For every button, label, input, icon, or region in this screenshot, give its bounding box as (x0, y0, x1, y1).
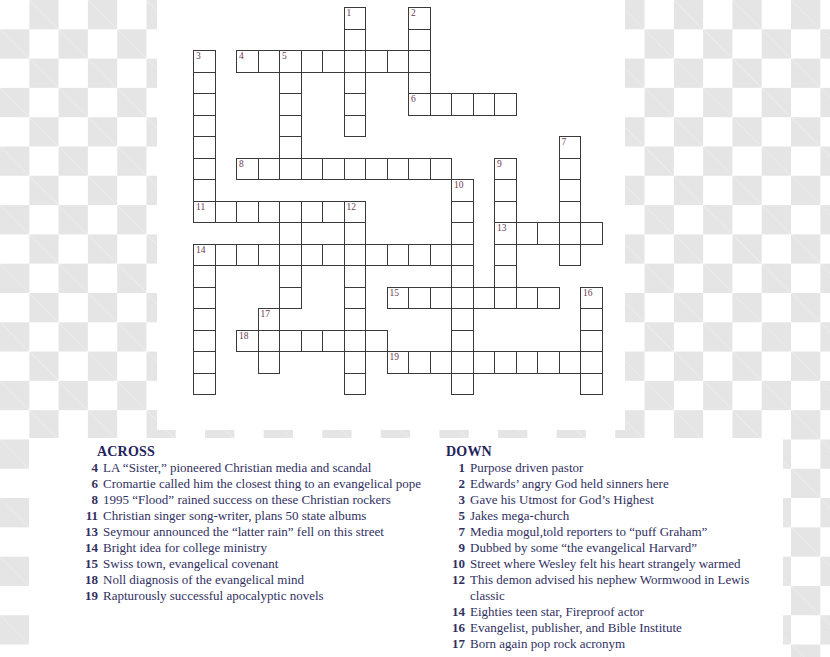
clue-item-2: 2Edwards’ angry God held sinners here (446, 476, 785, 492)
grid-cell-r5c0[interactable] (193, 115, 216, 138)
grid-cell-r12c12[interactable] (451, 265, 474, 288)
grid-cell-r2c10[interactable] (408, 50, 431, 73)
grid-cell-r16c12[interactable] (451, 351, 474, 374)
grid-cell-r16c13[interactable] (473, 351, 496, 374)
clue-item-19: 19Rapturously successful apocalyptic nov… (80, 588, 425, 604)
cell-number-12: 12 (347, 202, 357, 212)
grid-cell-r9c7[interactable]: 12 (344, 201, 367, 224)
grid-cell-r15c2[interactable]: 18 (236, 330, 259, 353)
grid-cell-r11c12[interactable] (451, 244, 474, 267)
grid-cell-r17c7[interactable] (344, 373, 367, 396)
grid-cell-r4c14[interactable] (494, 93, 517, 116)
clue-number: 2 (446, 476, 465, 492)
clue-number: 11 (80, 508, 98, 524)
clue-item-8: 81995 “Flood” rained success on these Ch… (80, 492, 425, 508)
clue-number: 15 (80, 556, 98, 572)
clue-number: 6 (80, 476, 98, 492)
grid-cell-r2c8[interactable] (365, 50, 388, 73)
clue-item-1: 1Purpose driven pastor (446, 460, 785, 476)
grid-cell-r11c5[interactable] (301, 244, 324, 267)
grid-cell-r2c4[interactable]: 5 (279, 50, 302, 73)
cell-number-19: 19 (390, 352, 400, 362)
clue-item-5: 5Jakes mega-church (446, 508, 785, 524)
grid-cell-r14c18[interactable] (580, 308, 603, 331)
clue-number: 14 (446, 604, 465, 620)
grid-cell-r11c0[interactable]: 14 (193, 244, 216, 267)
grid-cell-r2c6[interactable] (322, 50, 345, 73)
clue-number: 4 (80, 460, 98, 476)
grid-cell-r7c2[interactable]: 8 (236, 158, 259, 181)
grid-cell-r15c6[interactable] (322, 330, 345, 353)
grid-cell-r9c6[interactable] (322, 201, 345, 224)
grid-cell-r8c0[interactable] (193, 179, 216, 202)
clue-number: 19 (80, 588, 98, 604)
clue-text: Christian singer song-writer, plans 50 s… (103, 508, 425, 524)
grid-cell-r17c12[interactable] (451, 373, 474, 396)
grid-cell-r7c17[interactable] (559, 158, 582, 181)
grid-cell-r15c7[interactable] (344, 330, 367, 353)
grid-cell-r11c17[interactable] (559, 244, 582, 267)
grid-cell-r13c11[interactable] (430, 287, 453, 310)
clue-text: LA “Sister,” pioneered Christian media a… (103, 460, 425, 476)
grid-cell-r2c5[interactable] (301, 50, 324, 73)
grid-cell-r9c14[interactable] (494, 201, 517, 224)
crossword-grid: 12345678910111213141516171819 (193, 7, 603, 395)
grid-cell-r11c4[interactable] (279, 244, 302, 267)
clue-number: 1 (446, 460, 465, 476)
grid-cell-r15c8[interactable] (365, 330, 388, 353)
grid-cell-r4c12[interactable] (451, 93, 474, 116)
clue-number: 18 (80, 572, 98, 588)
grid-cell-r13c13[interactable] (473, 287, 496, 310)
grid-cell-r7c11[interactable] (430, 158, 453, 181)
clue-item-14: 14Eighties teen star, Fireproof actor (446, 604, 785, 620)
grid-cell-r9c2[interactable] (236, 201, 259, 224)
grid-cell-r16c10[interactable] (408, 351, 431, 374)
grid-cell-r11c6[interactable] (322, 244, 345, 267)
grid-cell-r11c2[interactable] (236, 244, 259, 267)
grid-cell-r11c9[interactable] (387, 244, 410, 267)
cell-number-11: 11 (196, 202, 205, 212)
grid-cell-r7c6[interactable] (322, 158, 345, 181)
clue-item-14: 14Bright idea for college ministry (80, 540, 425, 556)
grid-cell-r8c12[interactable]: 10 (451, 179, 474, 202)
grid-cell-r14c0[interactable] (193, 308, 216, 331)
clue-text: Dubbed by some “the evangelical Harvard” (470, 540, 785, 556)
grid-cell-r0c10[interactable]: 2 (408, 7, 431, 30)
clue-item-10: 10Street where Wesley felt his heart str… (446, 556, 785, 572)
grid-cell-r4c11[interactable] (430, 93, 453, 116)
clue-number: 10 (446, 556, 465, 572)
cell-number-8: 8 (239, 159, 244, 169)
grid-cell-r13c9[interactable]: 15 (387, 287, 410, 310)
grid-cell-r2c0[interactable]: 3 (193, 50, 216, 73)
grid-cell-r6c0[interactable] (193, 136, 216, 159)
grid-cell-r3c7[interactable] (344, 72, 367, 95)
grid-cell-r9c4[interactable] (279, 201, 302, 224)
grid-cell-r15c4[interactable] (279, 330, 302, 353)
clue-text: Rapturously successful apocalyptic novel… (103, 588, 425, 604)
clue-text: Street where Wesley felt his heart stran… (470, 556, 785, 572)
clue-text: Noll diagnosis of the evangelical mind (103, 572, 425, 588)
clue-text: Jakes mega-church (470, 508, 785, 524)
clue-item-4: 4LA “Sister,” pioneered Christian media … (80, 460, 425, 476)
clue-item-6: 6Cromartie called him the closest thing … (80, 476, 425, 492)
across-clues-section: ACROSS 4LA “Sister,” pioneered Christian… (80, 444, 425, 604)
grid-cell-r10c4[interactable] (279, 222, 302, 245)
grid-cell-r4c4[interactable] (279, 93, 302, 116)
grid-cell-r14c12[interactable] (451, 308, 474, 331)
clue-text: Edwards’ angry God held sinners here (470, 476, 785, 492)
grid-cell-r10c14[interactable]: 13 (494, 222, 517, 245)
down-header: DOWN (446, 444, 785, 460)
grid-cell-r6c17[interactable]: 7 (559, 136, 582, 159)
grid-cell-r8c14[interactable] (494, 179, 517, 202)
clue-text: Gave his Utmost for God’s Highest (470, 492, 785, 508)
clue-text: This demon advised his nephew Wormwood i… (470, 572, 785, 604)
grid-cell-r7c0[interactable] (193, 158, 216, 181)
grid-cell-r1c10[interactable] (408, 29, 431, 52)
cell-number-4: 4 (239, 51, 244, 61)
grid-cell-r14c3[interactable]: 17 (258, 308, 281, 331)
clue-text: Bright idea for college ministry (103, 540, 425, 556)
across-header: ACROSS (97, 444, 425, 460)
clue-item-18: 18Noll diagnosis of the evangelical mind (80, 572, 425, 588)
cell-number-18: 18 (239, 331, 249, 341)
grid-cell-r10c12[interactable] (451, 222, 474, 245)
grid-cell-r1c7[interactable] (344, 29, 367, 52)
clue-number: 17 (446, 636, 465, 652)
grid-cell-r15c18[interactable] (580, 330, 603, 353)
clue-item-13: 13Seymour announced the “latter rain” fe… (80, 524, 425, 540)
grid-cell-r3c4[interactable] (279, 72, 302, 95)
grid-cell-r16c14[interactable] (494, 351, 517, 374)
cell-number-2: 2 (411, 8, 416, 18)
grid-cell-r2c2[interactable]: 4 (236, 50, 259, 73)
grid-cell-r16c18[interactable] (580, 351, 603, 374)
clue-text: Purpose driven pastor (470, 460, 785, 476)
grid-cell-r5c7[interactable] (344, 115, 367, 138)
clue-number: 14 (80, 540, 98, 556)
grid-cell-r7c9[interactable] (387, 158, 410, 181)
grid-cell-r9c12[interactable] (451, 201, 474, 224)
cell-number-7: 7 (562, 137, 567, 147)
clue-item-11: 11Christian singer song-writer, plans 50… (80, 508, 425, 524)
grid-cell-r12c14[interactable] (494, 265, 517, 288)
grid-cell-r10c17[interactable] (559, 222, 582, 245)
clue-text: Swiss town, evangelical covenant (103, 556, 425, 572)
grid-cell-r9c5[interactable] (301, 201, 324, 224)
cell-number-17: 17 (261, 309, 271, 319)
grid-cell-r16c0[interactable] (193, 351, 216, 374)
grid-cell-r13c0[interactable] (193, 287, 216, 310)
grid-cell-r15c0[interactable] (193, 330, 216, 353)
across-clue-list: 4LA “Sister,” pioneered Christian media … (80, 460, 425, 604)
grid-cell-r12c0[interactable] (193, 265, 216, 288)
grid-cell-r8c17[interactable] (559, 179, 582, 202)
clue-item-9: 9Dubbed by some “the evangelical Harvard… (446, 540, 785, 556)
cell-number-1: 1 (347, 8, 352, 18)
clue-number: 5 (446, 508, 465, 524)
clue-number: 12 (446, 572, 465, 604)
grid-cell-r4c0[interactable] (193, 93, 216, 116)
cell-number-14: 14 (196, 245, 206, 255)
cell-number-3: 3 (196, 51, 201, 61)
grid-cell-r13c18[interactable]: 16 (580, 287, 603, 310)
cell-number-9: 9 (497, 159, 502, 169)
grid-cell-r4c13[interactable] (473, 93, 496, 116)
grid-cell-r9c1[interactable] (215, 201, 238, 224)
grid-cell-r6c4[interactable] (279, 136, 302, 159)
grid-cell-r3c0[interactable] (193, 72, 216, 95)
grid-cell-r0c7[interactable]: 1 (344, 7, 367, 30)
grid-cell-r15c5[interactable] (301, 330, 324, 353)
clue-text: Seymour announced the “latter rain” fell… (103, 524, 425, 540)
grid-cell-r12c4[interactable] (279, 265, 302, 288)
grid-cell-r16c15[interactable] (516, 351, 539, 374)
grid-cell-r15c12[interactable] (451, 330, 474, 353)
clue-number: 8 (80, 492, 98, 508)
clue-text: Evangelist, publisher, and Bible Institu… (470, 620, 785, 636)
grid-cell-r7c8[interactable] (365, 158, 388, 181)
clue-number: 9 (446, 540, 465, 556)
clue-number: 3 (446, 492, 465, 508)
grid-cell-r13c15[interactable] (516, 287, 539, 310)
down-clue-list: 1Purpose driven pastor2Edwards’ angry Go… (446, 460, 785, 652)
grid-cell-r11c3[interactable] (258, 244, 281, 267)
grid-cell-r11c8[interactable] (365, 244, 388, 267)
grid-cell-r13c4[interactable] (279, 287, 302, 310)
grid-cell-r16c17[interactable] (559, 351, 582, 374)
grid-cell-r14c7[interactable] (344, 308, 367, 331)
grid-cell-r7c14[interactable]: 9 (494, 158, 517, 181)
clue-text: Cromartie called him the closest thing t… (103, 476, 425, 492)
clue-text: Born again pop rock acronym (470, 636, 785, 652)
clue-item-15: 15Swiss town, evangelical covenant (80, 556, 425, 572)
grid-cell-r12c7[interactable] (344, 265, 367, 288)
grid-cell-r16c3[interactable] (258, 351, 281, 374)
grid-cell-r10c16[interactable] (537, 222, 560, 245)
grid-cell-r13c12[interactable] (451, 287, 474, 310)
grid-cell-r10c15[interactable] (516, 222, 539, 245)
grid-cell-r16c7[interactable] (344, 351, 367, 374)
grid-cell-r5c4[interactable] (279, 115, 302, 138)
grid-cell-r4c10[interactable]: 6 (408, 93, 431, 116)
grid-cell-r11c10[interactable] (408, 244, 431, 267)
grid-cell-r2c7[interactable] (344, 50, 367, 73)
cell-number-13: 13 (497, 223, 507, 233)
grid-cell-r11c11[interactable] (430, 244, 453, 267)
clue-number: 16 (446, 620, 465, 636)
clue-text: Media mogul,told reporters to “puff Grah… (470, 524, 785, 540)
grid-cell-r7c10[interactable] (408, 158, 431, 181)
grid-cell-r9c0[interactable]: 11 (193, 201, 216, 224)
grid-cell-r3c10[interactable] (408, 72, 431, 95)
cell-number-10: 10 (454, 180, 464, 190)
grid-cell-r13c7[interactable] (344, 287, 367, 310)
grid-cell-r13c10[interactable] (408, 287, 431, 310)
grid-cell-r15c3[interactable] (258, 330, 281, 353)
grid-cell-r13c14[interactable] (494, 287, 517, 310)
clue-text: 1995 “Flood” rained success on these Chr… (103, 492, 425, 508)
down-clues-section: DOWN 1Purpose driven pastor2Edwards’ ang… (446, 444, 785, 652)
grid-cell-r10c18[interactable] (580, 222, 603, 245)
clue-item-3: 3Gave his Utmost for God’s Highest (446, 492, 785, 508)
grid-cell-r9c17[interactable] (559, 201, 582, 224)
grid-cell-r7c5[interactable] (301, 158, 324, 181)
cell-number-15: 15 (390, 288, 400, 298)
grid-cell-r16c11[interactable] (430, 351, 453, 374)
clue-text: Eighties teen star, Fireproof actor (470, 604, 785, 620)
grid-cell-r11c14[interactable] (494, 244, 517, 267)
grid-cell-r9c3[interactable] (258, 201, 281, 224)
clue-number: 13 (80, 524, 98, 540)
clue-item-16: 16Evangelist, publisher, and Bible Insti… (446, 620, 785, 636)
grid-cell-r4c7[interactable] (344, 93, 367, 116)
grid-cell-r17c18[interactable] (580, 373, 603, 396)
grid-cell-r7c7[interactable] (344, 158, 367, 181)
grid-cell-r11c1[interactable] (215, 244, 238, 267)
clue-item-7: 7Media mogul,told reporters to “puff Gra… (446, 524, 785, 540)
grid-cell-r10c7[interactable] (344, 222, 367, 245)
grid-cell-r7c3[interactable] (258, 158, 281, 181)
grid-cell-r11c7[interactable] (344, 244, 367, 267)
grid-cell-r2c3[interactable] (258, 50, 281, 73)
grid-cell-r13c16[interactable] (537, 287, 560, 310)
cell-number-16: 16 (583, 288, 593, 298)
grid-cell-r7c4[interactable] (279, 158, 302, 181)
grid-cell-r16c16[interactable] (537, 351, 560, 374)
grid-cell-r16c9[interactable]: 19 (387, 351, 410, 374)
cell-number-6: 6 (411, 94, 416, 104)
cell-number-5: 5 (282, 51, 287, 61)
grid-cell-r17c0[interactable] (193, 373, 216, 396)
grid-cell-r2c9[interactable] (387, 50, 410, 73)
clue-item-17: 17Born again pop rock acronym (446, 636, 785, 652)
clue-number: 7 (446, 524, 465, 540)
clue-item-12: 12This demon advised his nephew Wormwood… (446, 572, 785, 604)
